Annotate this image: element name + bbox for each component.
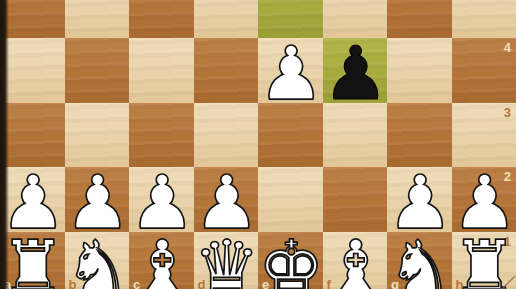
square-b1[interactable]: b♞ [65,232,130,289]
square-c4[interactable] [129,38,194,103]
square-b4[interactable] [65,38,130,103]
square-e1[interactable]: e♚ [258,232,323,289]
square-a3[interactable] [0,103,65,168]
square-f2[interactable] [323,167,388,232]
rank-label-3: 3 [504,106,511,119]
square-d3[interactable] [194,103,259,168]
square-d5[interactable] [194,0,259,38]
square-g5[interactable] [387,0,452,38]
piece-white-bishop-c1[interactable]: ♝ [129,235,194,289]
square-c2[interactable]: ♟ [129,167,194,232]
piece-white-knight-b1[interactable]: ♞ [65,235,130,289]
square-e4[interactable]: ♟ [258,38,323,103]
square-h4[interactable]: 4 [452,38,516,103]
square-f4[interactable]: ♟ [323,38,388,103]
board-resize-handle[interactable] [500,273,516,289]
piece-white-knight-g1[interactable]: ♞ [387,235,452,289]
rank-label-4: 4 [504,41,511,54]
square-b3[interactable] [65,103,130,168]
piece-white-king-e1[interactable]: ♚ [258,235,323,289]
square-e2[interactable] [258,167,323,232]
square-a2[interactable]: ♟ [0,167,65,232]
square-d2[interactable]: ♟ [194,167,259,232]
square-c3[interactable] [129,103,194,168]
piece-white-rook-a1[interactable]: ♜ [0,235,65,289]
square-c5[interactable] [129,0,194,38]
square-h3[interactable]: 3 [452,103,516,168]
square-a5[interactable] [0,0,65,38]
piece-black-pawn-f4[interactable]: ♟ [323,41,388,106]
piece-white-bishop-f1[interactable]: ♝ [323,235,388,289]
chess-board: ♜♞♝♛♚♝♞♜♟♟♟♟♟♟♟♟♟43♟♟♟♟♟2♟a♜b♞c♝d♛e♚f♝g♞… [0,0,516,289]
square-c1[interactable]: c♝ [129,232,194,289]
square-b2[interactable]: ♟ [65,167,130,232]
square-g4[interactable] [387,38,452,103]
square-g2[interactable]: ♟ [387,167,452,232]
square-a1[interactable]: a♜ [0,232,65,289]
square-f1[interactable]: f♝ [323,232,388,289]
square-g1[interactable]: g♞ [387,232,452,289]
piece-white-pawn-e4[interactable]: ♟ [258,41,323,106]
square-g3[interactable] [387,103,452,168]
square-b5[interactable] [65,0,130,38]
square-h5[interactable] [452,0,516,38]
square-h2[interactable]: 2♟ [452,167,516,232]
square-d1[interactable]: d♛ [194,232,259,289]
chess-board-viewport: ♜♞♝♛♚♝♞♜♟♟♟♟♟♟♟♟♟43♟♟♟♟♟2♟a♜b♞c♝d♛e♚f♝g♞… [0,0,516,289]
piece-white-queen-d1[interactable]: ♛ [194,235,259,289]
square-d4[interactable] [194,38,259,103]
square-a4[interactable] [0,38,65,103]
